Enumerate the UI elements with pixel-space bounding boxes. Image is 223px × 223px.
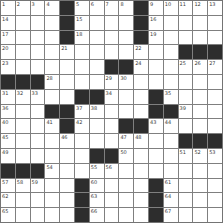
cell-r10c8[interactable] [105, 134, 119, 148]
cell-r7c3[interactable]: 33 [31, 90, 45, 104]
block-cell-r14c6 [75, 193, 89, 207]
cell-r4c12[interactable] [164, 45, 178, 59]
cell-r1c14[interactable]: 12 [193, 1, 207, 15]
cell-r12c14[interactable] [193, 164, 207, 178]
cell-r5c11[interactable] [149, 60, 163, 74]
cell-r9c3[interactable] [31, 119, 45, 133]
cell-r5c13[interactable]: 25 [179, 60, 193, 74]
cell-r1c11[interactable]: 9 [149, 1, 163, 15]
clue-number-52: 52 [194, 149, 200, 155]
cell-r13c12[interactable]: 61 [164, 179, 178, 193]
cell-r10c6[interactable] [75, 134, 89, 148]
block-cell-r10c14 [193, 134, 207, 148]
clue-number-2: 2 [17, 1, 20, 7]
cell-r10c11[interactable] [149, 134, 163, 148]
block-cell-r15c11 [149, 208, 163, 222]
cell-r1c13[interactable]: 11 [179, 1, 193, 15]
clue-number-42: 42 [76, 119, 82, 125]
cell-r1c6[interactable]: 5 [75, 1, 89, 15]
cell-r12c9[interactable] [119, 164, 133, 178]
clue-number-3: 3 [32, 1, 35, 7]
cell-r10c10[interactable]: 48 [134, 134, 148, 148]
cell-r10c3[interactable] [31, 134, 45, 148]
cell-r11c6[interactable] [75, 149, 89, 163]
block-cell-r4c13 [179, 45, 193, 59]
clue-number-37: 37 [76, 105, 82, 111]
block-cell-r6c1 [1, 75, 15, 89]
block-cell-r12c3 [31, 164, 45, 178]
cell-r13c14[interactable] [193, 179, 207, 193]
cell-r3c8[interactable] [105, 31, 119, 45]
cell-r1c8[interactable]: 7 [105, 1, 119, 15]
cell-r15c2[interactable] [16, 208, 30, 222]
cell-r4c6[interactable] [75, 45, 89, 59]
cell-r4c10[interactable]: 22 [134, 45, 148, 59]
cell-r7c1[interactable]: 31 [1, 90, 15, 104]
block-cell-r9c10 [134, 119, 148, 133]
clue-number-58: 58 [17, 179, 23, 185]
cell-r15c9[interactable] [119, 208, 133, 222]
cell-r11c11[interactable] [149, 149, 163, 163]
cell-r8c14[interactable] [193, 105, 207, 119]
cell-r14c12[interactable]: 64 [164, 193, 178, 207]
clue-number-45: 45 [2, 134, 8, 140]
cell-r9c14[interactable] [193, 119, 207, 133]
clue-number-8: 8 [120, 1, 123, 7]
block-cell-r10c13 [179, 134, 193, 148]
cell-r5c10[interactable]: 24 [134, 60, 148, 74]
clue-number-29: 29 [106, 75, 112, 81]
cell-r14c4[interactable] [45, 193, 59, 207]
cell-r9c4[interactable]: 41 [45, 119, 59, 133]
cell-r6c14[interactable] [193, 75, 207, 89]
cell-r13c2[interactable]: 58 [16, 179, 30, 193]
cell-r9c12[interactable]: 44 [164, 119, 178, 133]
cell-r4c4[interactable] [45, 45, 59, 59]
cell-r4c3[interactable] [31, 45, 45, 59]
cell-r1c12[interactable]: 10 [164, 1, 178, 15]
block-cell-r3c5 [60, 31, 74, 45]
cell-r2c6[interactable]: 15 [75, 16, 89, 30]
cell-r6c5[interactable] [60, 75, 74, 89]
cell-r6c13[interactable] [179, 75, 193, 89]
block-cell-r7c11 [149, 90, 163, 104]
cell-r3c9[interactable] [119, 31, 133, 45]
cell-r5c2[interactable] [16, 60, 30, 74]
cell-r8c13[interactable]: 39 [179, 105, 193, 119]
cell-r6c9[interactable]: 30 [119, 75, 133, 89]
cell-r3c4[interactable] [45, 31, 59, 45]
cell-r14c13[interactable] [179, 193, 193, 207]
cell-r3c13[interactable] [179, 31, 193, 45]
block-cell-r3c10 [134, 31, 148, 45]
cell-r4c11[interactable] [149, 45, 163, 59]
cell-r2c9[interactable] [119, 16, 133, 30]
cell-r14c3[interactable] [31, 193, 45, 207]
clue-number-64: 64 [165, 193, 171, 199]
block-cell-r1c5 [60, 1, 74, 15]
block-cell-r11c8 [105, 149, 119, 163]
clue-number-13: 13 [209, 1, 215, 7]
cell-r13c13[interactable] [179, 179, 193, 193]
cell-r8c1[interactable]: 36 [1, 105, 15, 119]
cell-r12c11[interactable] [149, 164, 163, 178]
cell-r2c12[interactable] [164, 16, 178, 30]
clue-number-21: 21 [61, 45, 67, 51]
cell-r6c6[interactable] [75, 75, 89, 89]
cell-r5c15[interactable]: 27 [208, 60, 222, 74]
cell-r11c1[interactable]: 49 [1, 149, 15, 163]
clue-number-26: 26 [194, 60, 200, 66]
cell-r8c3[interactable] [31, 105, 45, 119]
cell-r9c6[interactable]: 42 [75, 119, 89, 133]
cell-r1c9[interactable]: 8 [119, 1, 133, 15]
cell-r3c12[interactable] [164, 31, 178, 45]
clue-number-50: 50 [120, 149, 126, 155]
cell-r14c1[interactable]: 62 [1, 193, 15, 207]
clue-number-39: 39 [180, 105, 186, 111]
cell-r7c12[interactable]: 35 [164, 90, 178, 104]
cell-r5c12[interactable] [164, 60, 178, 74]
block-cell-r10c15 [208, 134, 222, 148]
cell-r14c10[interactable] [134, 193, 148, 207]
cell-r13c3[interactable]: 59 [31, 179, 45, 193]
cell-r2c14[interactable] [193, 16, 207, 30]
block-cell-r4c15 [208, 45, 222, 59]
block-cell-r5c9 [119, 60, 133, 74]
block-cell-r7c7 [90, 90, 104, 104]
cell-r10c5[interactable]: 46 [60, 134, 74, 148]
clue-number-47: 47 [120, 134, 126, 140]
block-cell-r8c12 [164, 105, 178, 119]
cell-r11c13[interactable]: 51 [179, 149, 193, 163]
cell-r12c5[interactable] [60, 164, 74, 178]
cell-r15c8[interactable] [105, 208, 119, 222]
cell-r14c14[interactable] [193, 193, 207, 207]
cell-r13c1[interactable]: 57 [1, 179, 15, 193]
clue-number-12: 12 [194, 1, 200, 7]
cell-r2c13[interactable] [179, 16, 193, 30]
cell-r10c7[interactable] [90, 134, 104, 148]
cell-r3c1[interactable]: 17 [1, 31, 15, 45]
clue-number-32: 32 [17, 90, 23, 96]
cell-r12c13[interactable] [179, 164, 193, 178]
cell-r9c11[interactable]: 43 [149, 119, 163, 133]
cell-r4c1[interactable]: 20 [1, 45, 15, 59]
cell-r14c2[interactable] [16, 193, 30, 207]
clue-number-51: 51 [180, 149, 186, 155]
clue-number-38: 38 [91, 105, 97, 111]
cell-r3c11[interactable]: 19 [149, 31, 163, 45]
clue-number-40: 40 [2, 119, 8, 125]
cell-r2c1[interactable]: 14 [1, 16, 15, 30]
cell-r15c12[interactable]: 67 [164, 208, 178, 222]
cell-r4c7[interactable] [90, 45, 104, 59]
cell-r5c7[interactable] [90, 60, 104, 74]
block-cell-r1c10 [134, 1, 148, 15]
cell-r15c3[interactable] [31, 208, 45, 222]
cell-r14c15[interactable] [208, 193, 222, 207]
cell-r6c12[interactable] [164, 75, 178, 89]
clue-number-53: 53 [209, 149, 215, 155]
block-cell-r4c14 [193, 45, 207, 59]
crossword-grid: 1234567891011121314151617181920212223242… [0, 0, 223, 223]
block-cell-r12c2 [16, 164, 30, 178]
cell-r8c10[interactable] [134, 105, 148, 119]
cell-r2c8[interactable] [105, 16, 119, 30]
clue-number-34: 34 [106, 90, 112, 96]
clue-number-35: 35 [165, 90, 171, 96]
cell-r6c4[interactable]: 28 [45, 75, 59, 89]
cell-r11c5[interactable] [60, 149, 74, 163]
cell-r7c8[interactable]: 34 [105, 90, 119, 104]
cell-r5c14[interactable]: 26 [193, 60, 207, 74]
cell-r15c4[interactable] [45, 208, 59, 222]
cell-r11c10[interactable] [134, 149, 148, 163]
cell-r4c8[interactable] [105, 45, 119, 59]
cell-r7c15[interactable] [208, 90, 222, 104]
block-cell-r13c11 [149, 179, 163, 193]
block-cell-r6c3 [31, 75, 45, 89]
cell-r6c8[interactable]: 29 [105, 75, 119, 89]
clue-number-36: 36 [2, 105, 8, 111]
block-cell-r2c10 [134, 16, 148, 30]
cell-r5c1[interactable]: 23 [1, 60, 15, 74]
clue-number-4: 4 [46, 1, 49, 7]
clue-number-43: 43 [150, 119, 156, 125]
cell-r10c1[interactable]: 45 [1, 134, 15, 148]
cell-r11c12[interactable] [164, 149, 178, 163]
cell-r1c15[interactable]: 13 [208, 1, 222, 15]
clue-number-10: 10 [165, 1, 171, 7]
block-cell-r8c4 [45, 105, 59, 119]
clue-number-5: 5 [76, 1, 79, 7]
cell-r15c14[interactable] [193, 208, 207, 222]
cell-r3c7[interactable] [90, 31, 104, 45]
cell-r7c10[interactable] [134, 90, 148, 104]
clue-number-60: 60 [91, 179, 97, 185]
clue-number-28: 28 [46, 75, 52, 81]
block-cell-r9c5 [60, 119, 74, 133]
cell-r11c15[interactable]: 53 [208, 149, 222, 163]
clue-number-63: 63 [91, 193, 97, 199]
cell-r11c3[interactable] [31, 149, 45, 163]
cell-r3c15[interactable] [208, 31, 222, 45]
clue-number-27: 27 [209, 60, 215, 66]
cell-r7c4[interactable] [45, 90, 59, 104]
cell-r6c15[interactable] [208, 75, 222, 89]
clue-number-67: 67 [165, 208, 171, 214]
cell-r1c2[interactable]: 2 [16, 1, 30, 15]
cell-r7c5[interactable] [60, 90, 74, 104]
block-cell-r8c11 [149, 105, 163, 119]
cell-r13c4[interactable] [45, 179, 59, 193]
cell-r14c7[interactable]: 63 [90, 193, 104, 207]
cell-r13c9[interactable] [119, 179, 133, 193]
clue-number-14: 14 [2, 16, 8, 22]
clue-number-17: 17 [2, 31, 8, 37]
clue-number-18: 18 [76, 31, 82, 37]
cell-r8c9[interactable] [119, 105, 133, 119]
cell-r10c2[interactable] [16, 134, 30, 148]
cell-r14c9[interactable] [119, 193, 133, 207]
clue-number-61: 61 [165, 179, 171, 185]
clue-number-66: 66 [91, 208, 97, 214]
cell-r13c7[interactable]: 60 [90, 179, 104, 193]
clue-number-44: 44 [165, 119, 171, 125]
clue-number-49: 49 [2, 149, 8, 155]
clue-number-59: 59 [32, 179, 38, 185]
clue-number-41: 41 [46, 119, 52, 125]
clue-number-65: 65 [2, 208, 8, 214]
cell-r3c2[interactable] [16, 31, 30, 45]
cell-r1c1[interactable]: 1 [1, 1, 15, 15]
clue-number-30: 30 [120, 75, 126, 81]
cell-r8c6[interactable]: 37 [75, 105, 89, 119]
block-cell-r11c7 [90, 149, 104, 163]
clue-number-57: 57 [2, 179, 8, 185]
cell-r5c4[interactable] [45, 60, 59, 74]
clue-number-20: 20 [2, 45, 8, 51]
clue-number-56: 56 [106, 164, 112, 170]
clue-number-24: 24 [135, 60, 141, 66]
cell-r1c7[interactable]: 6 [90, 1, 104, 15]
cell-r8c2[interactable] [16, 105, 30, 119]
block-cell-r8c5 [60, 105, 74, 119]
cell-r9c2[interactable] [16, 119, 30, 133]
clue-number-11: 11 [180, 1, 186, 7]
cell-r1c4[interactable]: 4 [45, 1, 59, 15]
cell-r6c7[interactable] [90, 75, 104, 89]
cell-r12c4[interactable]: 54 [45, 164, 59, 178]
clue-number-16: 16 [150, 16, 156, 22]
cell-r2c4[interactable] [45, 16, 59, 30]
cell-r1c3[interactable]: 3 [31, 1, 45, 15]
cell-r15c5[interactable] [60, 208, 74, 222]
cell-r10c9[interactable]: 47 [119, 134, 133, 148]
block-cell-r5c8 [105, 60, 119, 74]
cell-r5c3[interactable] [31, 60, 45, 74]
cell-r3c3[interactable] [31, 31, 45, 45]
cell-r10c4[interactable] [45, 134, 59, 148]
clue-number-15: 15 [76, 16, 82, 22]
cell-r7c13[interactable] [179, 90, 193, 104]
cell-r15c15[interactable] [208, 208, 222, 222]
cell-r7c9[interactable] [119, 90, 133, 104]
cell-r14c8[interactable] [105, 193, 119, 207]
cell-r9c8[interactable] [105, 119, 119, 133]
block-cell-r2c5 [60, 16, 74, 30]
cell-r14c5[interactable] [60, 193, 74, 207]
cell-r15c7[interactable]: 66 [90, 208, 104, 222]
cell-r11c4[interactable] [45, 149, 59, 163]
cell-r9c7[interactable] [90, 119, 104, 133]
block-cell-r9c9 [119, 119, 133, 133]
cell-r8c15[interactable] [208, 105, 222, 119]
clue-number-55: 55 [91, 164, 97, 170]
cell-r5c5[interactable] [60, 60, 74, 74]
cell-r12c6[interactable] [75, 164, 89, 178]
clue-number-7: 7 [106, 1, 109, 7]
cell-r7c14[interactable] [193, 90, 207, 104]
cell-r4c5[interactable]: 21 [60, 45, 74, 59]
cell-r6c11[interactable] [149, 75, 163, 89]
cell-r4c2[interactable] [16, 45, 30, 59]
cell-r13c8[interactable] [105, 179, 119, 193]
cell-r13c15[interactable] [208, 179, 222, 193]
cell-r3c14[interactable] [193, 31, 207, 45]
clue-number-19: 19 [150, 31, 156, 37]
cell-r7c2[interactable]: 32 [16, 90, 30, 104]
cell-r11c14[interactable]: 52 [193, 149, 207, 163]
clue-number-25: 25 [180, 60, 186, 66]
cell-r15c13[interactable] [179, 208, 193, 222]
block-cell-r15c6 [75, 208, 89, 222]
clue-number-22: 22 [135, 45, 141, 51]
cell-r2c15[interactable] [208, 16, 222, 30]
cell-r2c11[interactable]: 16 [149, 16, 163, 30]
clue-number-23: 23 [2, 60, 8, 66]
cell-r12c8[interactable]: 56 [105, 164, 119, 178]
block-cell-r14c11 [149, 193, 163, 207]
cell-r13c10[interactable] [134, 179, 148, 193]
clue-number-46: 46 [61, 134, 67, 140]
cell-r12c15[interactable] [208, 164, 222, 178]
cell-r12c12[interactable] [164, 164, 178, 178]
clue-number-9: 9 [150, 1, 153, 7]
clue-number-33: 33 [32, 90, 38, 96]
cell-r9c1[interactable]: 40 [1, 119, 15, 133]
clue-number-48: 48 [135, 134, 141, 140]
cell-r11c9[interactable]: 50 [119, 149, 133, 163]
cell-r11c2[interactable] [16, 149, 30, 163]
cell-r6c10[interactable] [134, 75, 148, 89]
cell-r3c6[interactable]: 18 [75, 31, 89, 45]
cell-r15c10[interactable] [134, 208, 148, 222]
cell-r9c15[interactable] [208, 119, 222, 133]
cell-r13c5[interactable] [60, 179, 74, 193]
cell-r12c10[interactable] [134, 164, 148, 178]
cell-r2c7[interactable] [90, 16, 104, 30]
cell-r15c1[interactable]: 65 [1, 208, 15, 222]
clue-number-6: 6 [91, 1, 94, 7]
cell-r2c3[interactable] [31, 16, 45, 30]
block-cell-r13c6 [75, 179, 89, 193]
clue-number-54: 54 [46, 164, 52, 170]
cell-r5c6[interactable] [75, 60, 89, 74]
cell-r12c7[interactable]: 55 [90, 164, 104, 178]
cell-r9c13[interactable] [179, 119, 193, 133]
cell-r8c7[interactable]: 38 [90, 105, 104, 119]
clue-number-31: 31 [2, 90, 8, 96]
cell-r8c8[interactable] [105, 105, 119, 119]
cell-r2c2[interactable] [16, 16, 30, 30]
clue-number-62: 62 [2, 193, 8, 199]
clue-number-1: 1 [2, 1, 5, 7]
block-cell-r6c2 [16, 75, 30, 89]
block-cell-r12c1 [1, 164, 15, 178]
block-cell-r7c6 [75, 90, 89, 104]
cell-r4c9[interactable] [119, 45, 133, 59]
cell-r10c12[interactable] [164, 134, 178, 148]
